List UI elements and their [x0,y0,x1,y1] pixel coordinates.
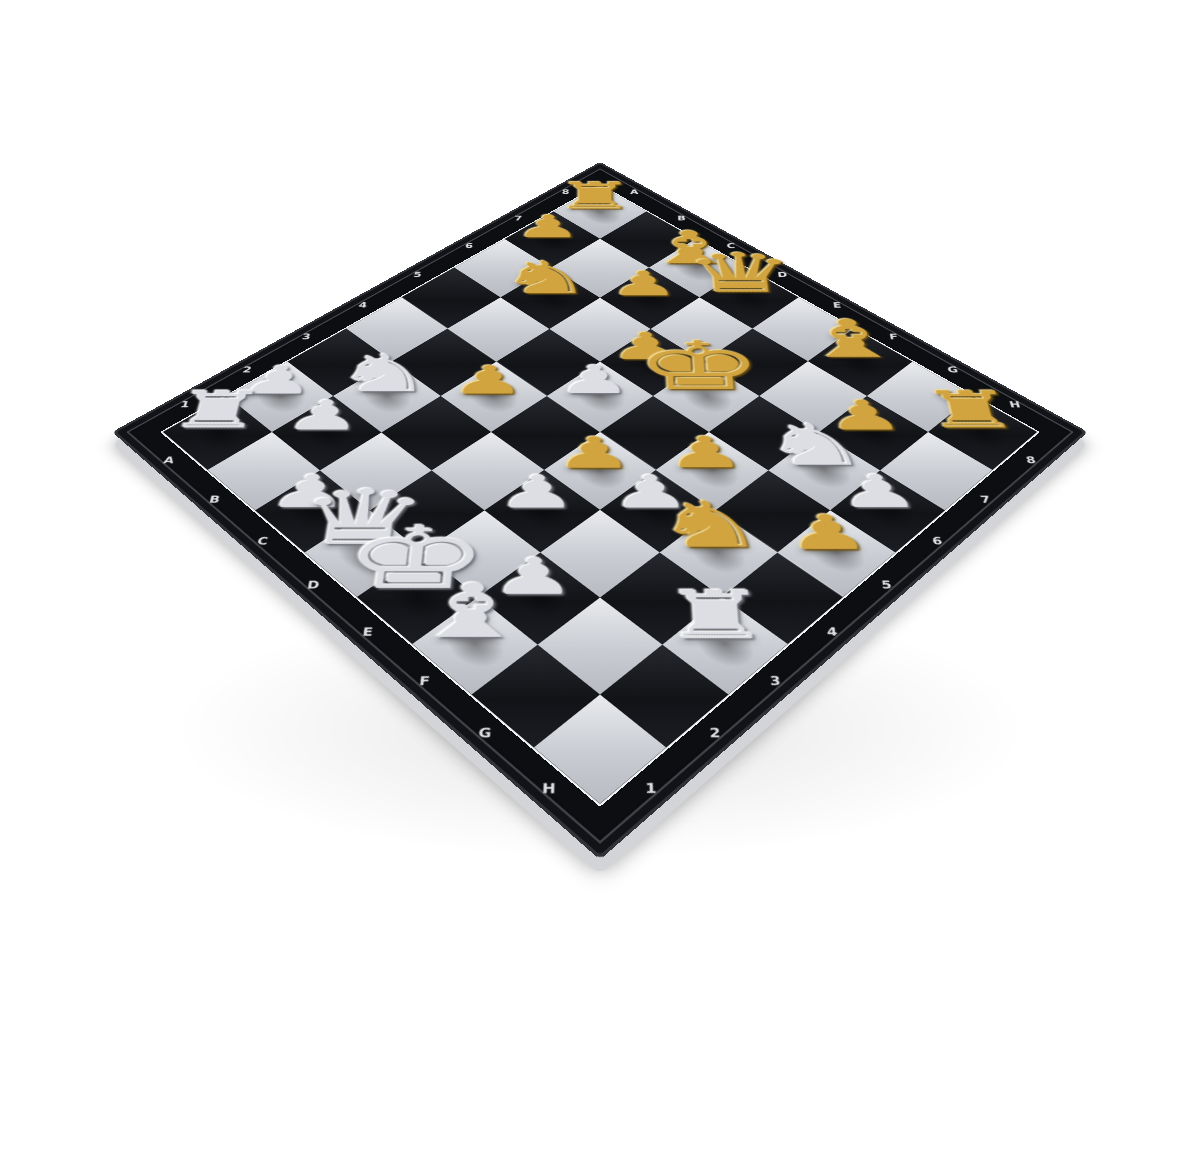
file-label-bottom-C: C [251,535,275,548]
file-label-bottom-H: H [537,781,562,798]
rank-label-left-3: 3 [296,332,317,341]
file-label-bottom-D: D [301,579,325,592]
piece-gold-bishop-f8[interactable]: ♝ [763,313,941,365]
rank-label-right-1: 1 [638,781,663,798]
rank-label-right-8: 8 [1019,455,1043,466]
rank-label-right-4: 4 [820,625,845,639]
piece-silver-rook-a1[interactable]: ♜ [121,385,312,436]
file-label-bottom-E: E [355,625,380,639]
rank-label-right-5: 5 [874,579,898,592]
piece-gold-pawn-a7[interactable]: ♟ [469,211,626,242]
rank-label-left-6: 6 [460,242,478,250]
file-label-top-G: G [942,365,964,375]
file-label-bottom-A: A [157,455,181,466]
file-label-bottom-F: F [412,674,437,689]
file-label-bottom-G: G [472,726,497,742]
rank-label-right-7: 7 [974,494,998,506]
rank-label-left-5: 5 [408,271,427,280]
product-photo-scene: AABBCCDDEEFFGGHH1122334455667788 ♜♝♛♝♜♟♟… [0,0,1200,1152]
piece-gold-king-e6[interactable]: ♚ [613,333,790,400]
pieces-layer: ♜♝♛♝♜♟♟♟♞♟♚♞♟♟♟♟♟♟♟♞♞♟♜♟♟♟♜♟♛♚♝ [600,162,1088,432]
rank-label-right-6: 6 [925,535,949,548]
file-label-bottom-B: B [202,494,226,506]
rank-label-right-2: 2 [702,726,727,742]
rank-label-right-3: 3 [763,674,788,689]
piece-gold-knight-b6[interactable]: ♞ [463,255,627,300]
rank-label-left-4: 4 [353,301,373,310]
